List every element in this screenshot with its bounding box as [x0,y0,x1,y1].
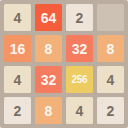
tile-value: 64 [41,11,57,25]
empty-cell [97,4,124,31]
tile-value: 32 [72,42,88,56]
tile-value: 4 [107,73,115,87]
tile-value: 4 [14,73,22,87]
tile-value: 8 [45,42,53,56]
tile-value: 4 [14,11,22,25]
tile-value: 4 [76,104,84,118]
tile-value: 256 [72,75,88,85]
tile-value: 2 [76,11,84,25]
tile-2: 2 [97,97,124,124]
tile-8: 8 [35,97,62,124]
tile-32: 32 [35,66,62,93]
tile-4: 4 [66,97,93,124]
tile-32: 32 [66,35,93,62]
tile-value: 2 [107,104,115,118]
tile-value: 32 [41,73,57,87]
tile-value: 8 [45,104,53,118]
tile-value: 2 [14,104,22,118]
tile-value: 16 [10,42,26,56]
tile-4: 4 [4,66,31,93]
tile-2: 2 [66,4,93,31]
tile-16: 16 [4,35,31,62]
tile-4: 4 [4,4,31,31]
board-2048[interactable]: 464216832843225642842 [0,0,128,128]
tile-64: 64 [35,4,62,31]
tile-4: 4 [97,66,124,93]
tile-value: 8 [107,42,115,56]
tile-8: 8 [35,35,62,62]
tile-2: 2 [4,97,31,124]
tile-256: 256 [66,66,93,93]
tile-8: 8 [97,35,124,62]
